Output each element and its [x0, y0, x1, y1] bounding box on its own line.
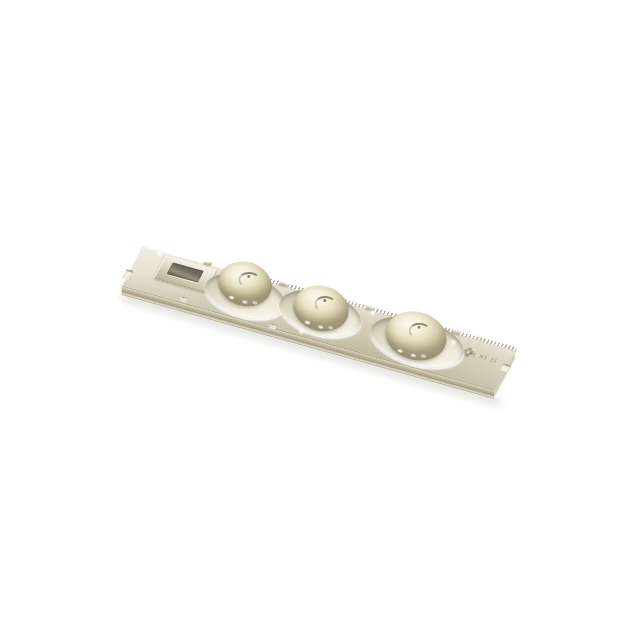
lens-dimple — [239, 272, 261, 288]
highlight-sparkle — [300, 330, 303, 333]
lens-dimple — [314, 296, 336, 312]
led-module: 72 LW 34 — [0, 0, 640, 640]
highlight-sparkle — [452, 341, 455, 344]
highlight-sparkle — [287, 281, 290, 284]
edge-notch — [179, 296, 188, 302]
highlight-sparkle — [206, 259, 209, 262]
highlight-sparkle — [371, 311, 374, 314]
highlight-sparkle — [158, 252, 161, 255]
lens-dimple — [409, 322, 431, 338]
edge-notch — [122, 269, 134, 281]
edge-notch — [500, 363, 512, 372]
connector-recess — [167, 262, 204, 282]
photo-canvas: 72 LW 34 — [0, 0, 640, 640]
